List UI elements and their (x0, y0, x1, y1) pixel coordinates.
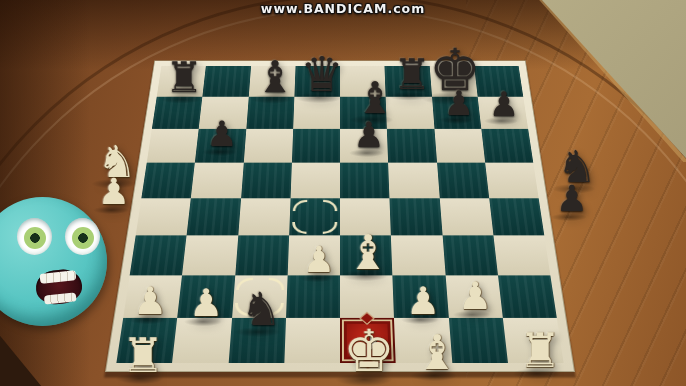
emoji-right-eye (65, 218, 100, 255)
shocked-emoji (0, 197, 107, 326)
emoji-lower-teeth (44, 292, 77, 304)
piece-white-pawn-d3[interactable]: ♟ (303, 242, 335, 278)
square-h3[interactable] (493, 236, 550, 276)
square-a4[interactable] (136, 198, 191, 236)
last-move-mark (322, 222, 337, 233)
square-d4[interactable] (289, 198, 340, 236)
square-g3[interactable] (442, 236, 498, 276)
emoji-left-iris (24, 227, 46, 249)
square-h2[interactable] (498, 276, 557, 318)
piece-white-bishop-e3[interactable]: ♝ (346, 228, 389, 276)
piece-white-pawn-a2[interactable]: ♟ (133, 282, 167, 320)
square-g4[interactable] (439, 198, 493, 236)
square-f5[interactable] (388, 162, 439, 198)
piece-black-pawn-g7[interactable]: ♟ (444, 86, 474, 120)
last-move-mark (323, 200, 338, 211)
square-b5[interactable] (191, 162, 243, 198)
piece-black-rook-f8[interactable]: ♜ (393, 54, 431, 96)
emoji-mouth (34, 268, 83, 307)
piece-white-pawn-g2[interactable]: ♟ (458, 277, 492, 315)
piece-white-pawn-off-board-left[interactable]: ♟ (98, 174, 130, 210)
piece-black-bishop-c8[interactable]: ♝ (255, 55, 294, 99)
square-c3[interactable] (235, 236, 289, 276)
piece-black-queen-d8[interactable]: ♛ (300, 50, 343, 98)
piece-white-rook-h1[interactable]: ♜ (518, 326, 561, 374)
square-c6[interactable] (243, 129, 293, 163)
piece-black-knight-c2[interactable]: ♞ (240, 286, 281, 332)
game-window: ♜♛♜♝♚♝♟♟♟♟♞♞♟♟♝♟♟♟♟♟♞♜♝♜♚ www.BANDICAM.c… (0, 0, 686, 386)
square-h6[interactable] (481, 129, 533, 163)
piece-white-pawn-f2[interactable]: ♟ (406, 282, 440, 320)
last-move-mark (292, 200, 307, 211)
piece-white-bishop-f1[interactable]: ♝ (415, 328, 458, 376)
piece-black-pawn-h7[interactable]: ♟ (489, 87, 519, 121)
bandicam-watermark: www.BANDICAM.com (261, 1, 425, 16)
piece-black-pawn-e6[interactable]: ♟ (353, 118, 384, 153)
square-g5[interactable] (437, 162, 489, 198)
square-h5[interactable] (485, 162, 539, 198)
square-e5[interactable] (340, 162, 390, 198)
square-d5[interactable] (290, 162, 340, 198)
piece-black-pawn-b6[interactable]: ♟ (206, 117, 237, 152)
square-d1[interactable] (284, 318, 340, 363)
square-b8[interactable] (203, 66, 251, 96)
square-f6[interactable] (387, 129, 437, 163)
square-f3[interactable] (391, 236, 445, 276)
piece-white-pawn-b2[interactable]: ♟ (189, 284, 223, 322)
square-d6[interactable] (292, 129, 340, 163)
square-f4[interactable] (390, 198, 443, 236)
square-h4[interactable] (489, 198, 544, 236)
square-c4[interactable] (238, 198, 291, 236)
square-d2[interactable] (286, 276, 340, 318)
piece-black-pawn-off-board-right[interactable]: ♟ (556, 181, 588, 217)
last-move-mark (292, 222, 307, 233)
piece-white-rook-a1[interactable]: ♜ (121, 331, 164, 379)
piece-black-bishop-e7[interactable]: ♝ (355, 76, 394, 120)
piece-white-king-e1[interactable]: ♚ (343, 322, 395, 380)
emoji-upper-teeth (40, 270, 77, 284)
square-c5[interactable] (241, 162, 292, 198)
square-g6[interactable] (434, 129, 485, 163)
piece-black-rook-a8[interactable]: ♜ (165, 57, 203, 99)
square-a6[interactable] (147, 129, 199, 163)
square-b4[interactable] (187, 198, 241, 236)
square-a5[interactable] (141, 162, 195, 198)
square-a3[interactable] (130, 236, 187, 276)
square-b3[interactable] (182, 236, 238, 276)
emoji-right-iris (72, 227, 94, 249)
emoji-left-eye (17, 218, 52, 255)
